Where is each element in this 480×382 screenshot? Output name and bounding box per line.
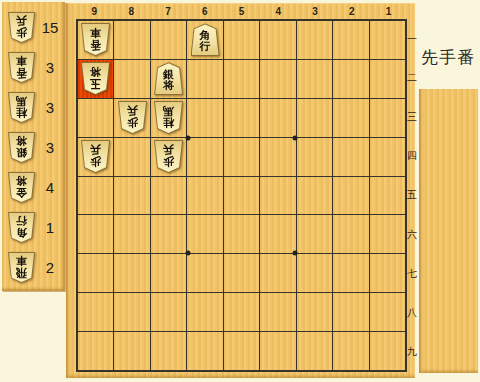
cell-49[interactable] bbox=[260, 332, 295, 370]
cell-24[interactable] bbox=[333, 138, 368, 176]
cell-23[interactable] bbox=[333, 99, 368, 137]
star-point bbox=[293, 135, 298, 140]
gote-hand-row-pawn: 歩兵15 bbox=[2, 7, 65, 47]
piece-kanji: 銀将 bbox=[8, 132, 35, 163]
piece-kanji: 飛車 bbox=[8, 252, 35, 283]
cell-66[interactable] bbox=[187, 215, 222, 253]
turn-indicator: 先手番 bbox=[416, 46, 480, 69]
gote-hand-count-lance: 3 bbox=[35, 59, 65, 76]
cell-64[interactable] bbox=[187, 138, 222, 176]
gote-pawn-piece[interactable]: 歩兵 bbox=[8, 12, 35, 43]
cell-25[interactable] bbox=[333, 177, 368, 215]
piece-kanji: 玉将 bbox=[81, 62, 110, 95]
rank-label-5: 五 bbox=[407, 176, 417, 215]
star-point bbox=[293, 250, 298, 255]
gote-gold-piece[interactable]: 金将 bbox=[8, 172, 35, 203]
cell-11[interactable] bbox=[370, 21, 405, 59]
cell-71[interactable] bbox=[151, 21, 186, 59]
shogi-diagram: 歩兵15香車3桂馬3銀将3金将4角行1飛車2 987654321 香車角行玉将銀… bbox=[0, 0, 480, 382]
file-label-1: 1 bbox=[370, 3, 407, 19]
rank-label-6: 六 bbox=[407, 215, 417, 254]
piece-kanji: 角行 bbox=[191, 23, 220, 56]
gote-hand-panel: 歩兵15香車3桂馬3銀将3金将4角行1飛車2 bbox=[2, 2, 65, 291]
cell-82[interactable] bbox=[114, 60, 149, 98]
cell-69[interactable] bbox=[187, 332, 222, 370]
cell-89[interactable] bbox=[114, 332, 149, 370]
cell-88[interactable] bbox=[114, 293, 149, 331]
gote-pawn-piece[interactable]: 歩兵 bbox=[118, 101, 147, 134]
cell-94[interactable]: 歩兵 bbox=[78, 138, 113, 176]
cell-96[interactable] bbox=[78, 215, 113, 253]
gote-bishop-piece[interactable]: 角行 bbox=[8, 212, 35, 243]
gote-hand-row-bishop: 角行1 bbox=[2, 207, 65, 247]
cell-51[interactable] bbox=[224, 21, 259, 59]
file-label-8: 8 bbox=[113, 3, 150, 19]
gote-hand-count-bishop: 1 bbox=[35, 219, 65, 236]
cell-17[interactable] bbox=[370, 254, 405, 292]
piece-kanji: 歩兵 bbox=[154, 140, 183, 173]
piece-kanji: 角行 bbox=[8, 212, 35, 243]
piece-kanji: 銀将 bbox=[154, 62, 183, 95]
cell-67[interactable] bbox=[187, 254, 222, 292]
star-point bbox=[185, 135, 190, 140]
gote-lance-piece[interactable]: 香車 bbox=[81, 23, 110, 56]
piece-kanji: 歩兵 bbox=[8, 12, 35, 43]
rank-label-4: 四 bbox=[407, 137, 417, 176]
cell-43[interactable] bbox=[260, 99, 295, 137]
cell-39[interactable] bbox=[297, 332, 332, 370]
cell-58[interactable] bbox=[224, 293, 259, 331]
cell-44[interactable] bbox=[260, 138, 295, 176]
gote-king-piece[interactable]: 玉将 bbox=[81, 62, 110, 95]
cell-36[interactable] bbox=[297, 215, 332, 253]
shogi-board: 987654321 香車角行玉将銀将歩兵桂馬歩兵歩兵 一二三四五六七八九 bbox=[66, 3, 415, 378]
cell-45[interactable] bbox=[260, 177, 295, 215]
cell-31[interactable] bbox=[297, 21, 332, 59]
gote-hand-row-lance: 香車3 bbox=[2, 47, 65, 87]
rank-label-9: 九 bbox=[407, 333, 417, 372]
piece-kanji: 桂馬 bbox=[8, 92, 35, 123]
rank-label-7: 七 bbox=[407, 254, 417, 293]
cell-75[interactable] bbox=[151, 177, 186, 215]
gote-pawn-piece[interactable]: 歩兵 bbox=[81, 140, 110, 173]
cell-19[interactable] bbox=[370, 332, 405, 370]
gote-knight-piece[interactable]: 桂馬 bbox=[8, 92, 35, 123]
cell-32[interactable] bbox=[297, 60, 332, 98]
cell-85[interactable] bbox=[114, 177, 149, 215]
cell-54[interactable] bbox=[224, 138, 259, 176]
cell-28[interactable] bbox=[333, 293, 368, 331]
gote-lance-piece[interactable]: 香車 bbox=[8, 52, 35, 83]
gote-hand-row-silver: 銀将3 bbox=[2, 127, 65, 167]
cell-95[interactable] bbox=[78, 177, 113, 215]
gote-hand-count-knight: 3 bbox=[35, 99, 65, 116]
gote-hand-count-gold: 4 bbox=[35, 179, 65, 196]
cell-87[interactable] bbox=[114, 254, 149, 292]
cell-42[interactable] bbox=[260, 60, 295, 98]
cell-59[interactable] bbox=[224, 332, 259, 370]
file-label-4: 4 bbox=[260, 3, 297, 19]
cell-81[interactable] bbox=[114, 21, 149, 59]
cell-78[interactable] bbox=[151, 293, 186, 331]
sente-bishop-piece[interactable]: 角行 bbox=[191, 23, 220, 56]
gote-hand-count-rook: 2 bbox=[35, 259, 65, 276]
cell-13[interactable] bbox=[370, 99, 405, 137]
cell-74[interactable]: 歩兵 bbox=[151, 138, 186, 176]
piece-kanji: 金将 bbox=[8, 172, 35, 203]
board-grid: 香車角行玉将銀将歩兵桂馬歩兵歩兵 bbox=[76, 19, 407, 372]
cell-97[interactable] bbox=[78, 254, 113, 292]
cell-22[interactable] bbox=[333, 60, 368, 98]
cell-62[interactable] bbox=[187, 60, 222, 98]
cell-93[interactable] bbox=[78, 99, 113, 137]
cell-83[interactable]: 歩兵 bbox=[114, 99, 149, 137]
cell-37[interactable] bbox=[297, 254, 332, 292]
gote-hand-count-pawn: 15 bbox=[35, 19, 65, 36]
gote-hand-row-rook: 飛車2 bbox=[2, 247, 65, 287]
cell-63[interactable] bbox=[187, 99, 222, 137]
cell-91[interactable]: 香車 bbox=[78, 21, 113, 59]
star-point bbox=[185, 250, 190, 255]
file-label-6: 6 bbox=[186, 3, 223, 19]
cell-16[interactable] bbox=[370, 215, 405, 253]
cell-55[interactable] bbox=[224, 177, 259, 215]
cell-14[interactable] bbox=[370, 138, 405, 176]
file-label-9: 9 bbox=[76, 3, 113, 19]
cell-56[interactable] bbox=[224, 215, 259, 253]
cell-47[interactable] bbox=[260, 254, 295, 292]
cell-46[interactable] bbox=[260, 215, 295, 253]
gote-silver-piece[interactable]: 銀将 bbox=[8, 132, 35, 163]
cell-35[interactable] bbox=[297, 177, 332, 215]
sente-hand-panel bbox=[419, 89, 478, 373]
cell-98[interactable] bbox=[78, 293, 113, 331]
cell-84[interactable] bbox=[114, 138, 149, 176]
file-label-2: 2 bbox=[333, 3, 370, 19]
gote-hand-row-gold: 金将4 bbox=[2, 167, 65, 207]
cell-26[interactable] bbox=[333, 215, 368, 253]
file-labels: 987654321 bbox=[76, 3, 407, 19]
gote-knight-piece[interactable]: 桂馬 bbox=[154, 101, 183, 134]
cell-15[interactable] bbox=[370, 177, 405, 215]
cell-99[interactable] bbox=[78, 332, 113, 370]
cell-18[interactable] bbox=[370, 293, 405, 331]
rank-label-8: 八 bbox=[407, 294, 417, 333]
cell-76[interactable] bbox=[151, 215, 186, 253]
cell-29[interactable] bbox=[333, 332, 368, 370]
file-label-7: 7 bbox=[150, 3, 187, 19]
file-label-5: 5 bbox=[223, 3, 260, 19]
cell-86[interactable] bbox=[114, 215, 149, 253]
piece-kanji: 香車 bbox=[8, 52, 35, 83]
cell-27[interactable] bbox=[333, 254, 368, 292]
rank-label-3: 三 bbox=[407, 97, 417, 136]
gote-hand-count-silver: 3 bbox=[35, 139, 65, 156]
sente-silver-piece[interactable]: 銀将 bbox=[154, 62, 183, 95]
cell-77[interactable] bbox=[151, 254, 186, 292]
piece-kanji: 歩兵 bbox=[81, 140, 110, 173]
cell-73[interactable]: 桂馬 bbox=[151, 99, 186, 137]
cell-53[interactable] bbox=[224, 99, 259, 137]
gote-pawn-piece[interactable]: 歩兵 bbox=[154, 140, 183, 173]
piece-kanji: 桂馬 bbox=[154, 101, 183, 134]
gote-hand-row-knight: 桂馬3 bbox=[2, 87, 65, 127]
gote-rook-piece[interactable]: 飛車 bbox=[8, 252, 35, 283]
cell-79[interactable] bbox=[151, 332, 186, 370]
piece-kanji: 香車 bbox=[81, 23, 110, 56]
cell-72[interactable]: 銀将 bbox=[151, 60, 186, 98]
cell-33[interactable] bbox=[297, 99, 332, 137]
cell-61[interactable]: 角行 bbox=[187, 21, 222, 59]
cell-68[interactable] bbox=[187, 293, 222, 331]
rank-labels: 一二三四五六七八九 bbox=[407, 19, 417, 372]
cell-57[interactable] bbox=[224, 254, 259, 292]
cell-65[interactable] bbox=[187, 177, 222, 215]
cell-34[interactable] bbox=[297, 138, 332, 176]
cell-48[interactable] bbox=[260, 293, 295, 331]
cell-92[interactable]: 玉将 bbox=[78, 60, 113, 98]
file-label-3: 3 bbox=[297, 3, 334, 19]
cell-12[interactable] bbox=[370, 60, 405, 98]
cell-41[interactable] bbox=[260, 21, 295, 59]
cell-38[interactable] bbox=[297, 293, 332, 331]
cell-52[interactable] bbox=[224, 60, 259, 98]
piece-kanji: 歩兵 bbox=[118, 101, 147, 134]
cell-21[interactable] bbox=[333, 21, 368, 59]
